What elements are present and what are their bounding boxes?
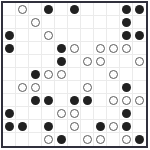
black-pearl-icon: ●	[5, 31, 14, 40]
cell-r8c4[interactable]: ○	[55, 107, 68, 120]
white-pearl-icon: ○	[31, 18, 40, 27]
cell-r4c10[interactable]: ○	[133, 55, 146, 68]
cell-r0c4[interactable]	[55, 3, 68, 16]
cell-r6c4[interactable]	[55, 81, 68, 94]
cell-r5c3[interactable]: ○	[42, 68, 55, 81]
cell-r9c2[interactable]	[29, 120, 42, 133]
masyu-board: ○●●●●○●●○●●●●○○○○●○○○●○○○○○○●●●●●○○○●○○●…	[1, 1, 148, 148]
cell-r4c1[interactable]	[16, 55, 29, 68]
cell-r7c1[interactable]	[16, 94, 29, 107]
cell-r9c8[interactable]: ○	[107, 120, 120, 133]
cell-r1c4[interactable]	[55, 16, 68, 29]
white-pearl-icon: ○	[70, 122, 79, 131]
cell-r0c7[interactable]	[94, 3, 107, 16]
cell-r10c1[interactable]	[16, 133, 29, 146]
cell-r8c2[interactable]	[29, 107, 42, 120]
cell-r0c9[interactable]: ●	[120, 3, 133, 16]
black-pearl-icon: ●	[122, 31, 131, 40]
cell-r4c2[interactable]	[29, 55, 42, 68]
black-pearl-icon: ●	[70, 96, 79, 105]
black-pearl-icon: ●	[57, 57, 66, 66]
white-pearl-icon: ○	[44, 135, 53, 144]
cell-r2c7[interactable]	[94, 29, 107, 42]
cell-r8c6[interactable]	[81, 107, 94, 120]
black-pearl-icon: ●	[31, 96, 40, 105]
black-pearl-icon: ●	[31, 70, 40, 79]
cell-r4c5[interactable]	[68, 55, 81, 68]
black-pearl-icon: ●	[96, 122, 105, 131]
black-pearl-icon: ●	[122, 109, 131, 118]
white-pearl-icon: ○	[83, 135, 92, 144]
cell-r0c1[interactable]: ○	[16, 3, 29, 16]
cell-r9c5[interactable]: ○	[68, 120, 81, 133]
cell-r9c4[interactable]	[55, 120, 68, 133]
cell-r7c0[interactable]	[3, 94, 16, 107]
cell-r6c5[interactable]	[68, 81, 81, 94]
cell-r0c3[interactable]: ●	[42, 3, 55, 16]
cell-r8c10[interactable]	[133, 107, 146, 120]
cell-r4c6[interactable]: ○	[81, 55, 94, 68]
cell-r2c2[interactable]	[29, 29, 42, 42]
cell-r1c3[interactable]	[42, 16, 55, 29]
white-pearl-icon: ○	[44, 31, 53, 40]
white-pearl-icon: ○	[109, 122, 118, 131]
cell-r5c7[interactable]	[94, 68, 107, 81]
cell-r9c9[interactable]: ●	[120, 120, 133, 133]
black-pearl-icon: ●	[122, 83, 131, 92]
cell-r9c7[interactable]: ●	[94, 120, 107, 133]
cell-r10c10[interactable]: ●	[133, 133, 146, 146]
cell-r8c0[interactable]: ●	[3, 107, 16, 120]
white-pearl-icon: ○	[135, 96, 144, 105]
black-pearl-icon: ●	[135, 31, 144, 40]
cell-r2c10[interactable]: ●	[133, 29, 146, 42]
black-pearl-icon: ●	[57, 135, 66, 144]
cell-r3c7[interactable]: ○	[94, 42, 107, 55]
cell-r7c3[interactable]: ●	[42, 94, 55, 107]
cell-r3c5[interactable]: ○	[68, 42, 81, 55]
cell-r2c0[interactable]: ●	[3, 29, 16, 42]
cell-r6c3[interactable]	[42, 81, 55, 94]
cell-r4c0[interactable]	[3, 55, 16, 68]
cell-r3c3[interactable]	[42, 42, 55, 55]
cell-r1c2[interactable]: ○	[29, 16, 42, 29]
cell-r1c6[interactable]	[81, 16, 94, 29]
cell-r10c8[interactable]	[107, 133, 120, 146]
cell-r8c7[interactable]	[94, 107, 107, 120]
black-pearl-icon: ●	[135, 135, 144, 144]
cell-r10c4[interactable]: ●	[55, 133, 68, 146]
white-pearl-icon: ○	[18, 5, 27, 14]
cell-r7c7[interactable]	[94, 94, 107, 107]
cell-r7c2[interactable]: ●	[29, 94, 42, 107]
cell-r1c9[interactable]: ●	[120, 16, 133, 29]
white-pearl-icon: ○	[135, 57, 144, 66]
white-pearl-icon: ○	[57, 109, 66, 118]
cell-r0c10[interactable]: ●	[133, 3, 146, 16]
cell-r10c2[interactable]	[29, 133, 42, 146]
white-pearl-icon: ○	[70, 44, 79, 53]
white-pearl-icon: ○	[96, 44, 105, 53]
cell-r6c7[interactable]	[94, 81, 107, 94]
cell-r9c6[interactable]	[81, 120, 94, 133]
cell-r10c7[interactable]: ○	[94, 133, 107, 146]
cell-r3c1[interactable]	[16, 42, 29, 55]
cell-r8c5[interactable]: ○	[68, 107, 81, 120]
cell-r1c7[interactable]	[94, 16, 107, 29]
cell-r7c6[interactable]: ●	[81, 94, 94, 107]
cell-r2c5[interactable]	[68, 29, 81, 42]
cell-r5c0[interactable]	[3, 68, 16, 81]
black-pearl-icon: ●	[5, 109, 14, 118]
cell-r5c1[interactable]	[16, 68, 29, 81]
cell-r2c1[interactable]	[16, 29, 29, 42]
white-pearl-icon: ○	[83, 83, 92, 92]
cell-r3c9[interactable]: ○	[120, 42, 133, 55]
cell-r4c8[interactable]	[107, 55, 120, 68]
cell-r0c0[interactable]	[3, 3, 16, 16]
cell-r3c4[interactable]: ●	[55, 42, 68, 55]
cell-r6c2[interactable]: ○	[29, 81, 42, 94]
black-pearl-icon: ●	[135, 5, 144, 14]
white-pearl-icon: ○	[83, 57, 92, 66]
black-pearl-icon: ●	[5, 44, 14, 53]
cell-r8c3[interactable]	[42, 107, 55, 120]
cell-r3c2[interactable]	[29, 42, 42, 55]
cell-r5c10[interactable]	[133, 68, 146, 81]
cell-r9c0[interactable]: ●	[3, 120, 16, 133]
cell-r8c9[interactable]: ●	[120, 107, 133, 120]
cell-r3c6[interactable]	[81, 42, 94, 55]
cell-r5c9[interactable]	[120, 68, 133, 81]
cell-r9c3[interactable]: ●	[42, 120, 55, 133]
white-pearl-icon: ○	[57, 70, 66, 79]
cell-r7c4[interactable]	[55, 94, 68, 107]
cell-r5c4[interactable]: ○	[55, 68, 68, 81]
black-pearl-icon: ●	[122, 18, 131, 27]
black-pearl-icon: ●	[18, 122, 27, 131]
cell-r10c9[interactable]: ○	[120, 133, 133, 146]
black-pearl-icon: ●	[44, 5, 53, 14]
cell-r8c8[interactable]	[107, 107, 120, 120]
cell-r7c9[interactable]: ○	[120, 94, 133, 107]
cell-r1c10[interactable]	[133, 16, 146, 29]
cell-r6c0[interactable]	[3, 81, 16, 94]
cell-r3c0[interactable]: ●	[3, 42, 16, 55]
cell-r0c8[interactable]	[107, 3, 120, 16]
cell-r5c8[interactable]: ○	[107, 68, 120, 81]
black-pearl-icon: ●	[44, 96, 53, 105]
cell-r7c5[interactable]: ●	[68, 94, 81, 107]
cell-r3c8[interactable]: ○	[107, 42, 120, 55]
cell-r10c3[interactable]: ○	[42, 133, 55, 146]
cell-r10c0[interactable]	[3, 133, 16, 146]
white-pearl-icon: ○	[122, 96, 131, 105]
black-pearl-icon: ●	[83, 96, 92, 105]
cell-r0c6[interactable]	[81, 3, 94, 16]
cell-r1c1[interactable]	[16, 16, 29, 29]
black-pearl-icon: ●	[70, 5, 79, 14]
white-pearl-icon: ○	[70, 109, 79, 118]
white-pearl-icon: ○	[18, 83, 27, 92]
cell-r2c9[interactable]: ●	[120, 29, 133, 42]
cell-r1c5[interactable]	[68, 16, 81, 29]
cell-r4c4[interactable]: ●	[55, 55, 68, 68]
cell-r2c6[interactable]	[81, 29, 94, 42]
black-pearl-icon: ●	[57, 44, 66, 53]
cell-r9c1[interactable]: ●	[16, 120, 29, 133]
cell-r1c0[interactable]	[3, 16, 16, 29]
cell-r4c9[interactable]	[120, 55, 133, 68]
black-pearl-icon: ●	[122, 122, 131, 131]
cell-r4c7[interactable]: ○	[94, 55, 107, 68]
white-pearl-icon: ○	[122, 44, 131, 53]
cell-r4c3[interactable]	[42, 55, 55, 68]
white-pearl-icon: ○	[96, 135, 105, 144]
cell-r6c1[interactable]: ○	[16, 81, 29, 94]
cell-r1c8[interactable]	[107, 16, 120, 29]
cell-r0c5[interactable]: ●	[68, 3, 81, 16]
cell-r2c3[interactable]: ○	[42, 29, 55, 42]
cell-r7c8[interactable]: ○	[107, 94, 120, 107]
cell-r6c6[interactable]: ○	[81, 81, 94, 94]
white-pearl-icon: ○	[96, 57, 105, 66]
cell-r5c2[interactable]: ●	[29, 68, 42, 81]
cell-r3c10[interactable]	[133, 42, 146, 55]
cell-r2c8[interactable]	[107, 29, 120, 42]
cell-r0c2[interactable]	[29, 3, 42, 16]
black-pearl-icon: ●	[44, 122, 53, 131]
white-pearl-icon: ○	[122, 135, 131, 144]
puzzle-stage: ○●●●●○●●○●●●●○○○○●○○○●○○○○○○●●●●●○○○●○○●…	[0, 0, 150, 150]
black-pearl-icon: ●	[5, 122, 14, 131]
cell-r6c9[interactable]: ●	[120, 81, 133, 94]
cell-r7c10[interactable]: ○	[133, 94, 146, 107]
cell-r5c6[interactable]	[81, 68, 94, 81]
cell-r5c5[interactable]	[68, 68, 81, 81]
cell-r10c6[interactable]: ○	[81, 133, 94, 146]
white-pearl-icon: ○	[109, 96, 118, 105]
cell-r10c5[interactable]	[68, 133, 81, 146]
white-pearl-icon: ○	[44, 70, 53, 79]
white-pearl-icon: ○	[31, 83, 40, 92]
cell-r2c4[interactable]	[55, 29, 68, 42]
cell-r6c10[interactable]	[133, 81, 146, 94]
white-pearl-icon: ○	[109, 44, 118, 53]
cell-r9c10[interactable]	[133, 120, 146, 133]
cell-r6c8[interactable]	[107, 81, 120, 94]
cell-r8c1[interactable]	[16, 107, 29, 120]
black-pearl-icon: ●	[122, 5, 131, 14]
white-pearl-icon: ○	[109, 70, 118, 79]
